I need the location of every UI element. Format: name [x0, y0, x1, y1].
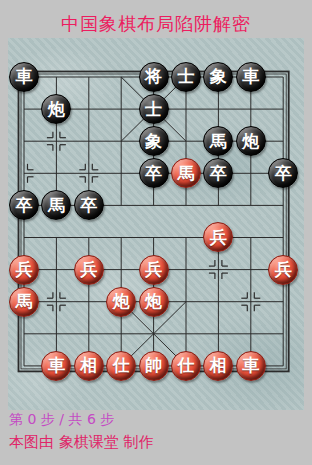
piece-red-elephant[interactable]: 相	[74, 351, 104, 381]
piece-black-horse[interactable]: 馬	[41, 190, 71, 220]
piece-glyph: 帥	[145, 357, 162, 374]
piece-glyph: 相	[80, 357, 97, 374]
piece-red-king[interactable]: 帥	[139, 351, 169, 381]
piece-glyph: 相	[210, 357, 227, 374]
piece-glyph: 車	[242, 68, 259, 85]
piece-glyph: 卒	[210, 165, 227, 182]
piece-black-horse[interactable]: 馬	[203, 126, 233, 156]
piece-glyph: 兵	[80, 261, 97, 278]
piece-red-soldier[interactable]: 兵	[268, 255, 298, 285]
piece-black-advisor[interactable]: 士	[171, 62, 201, 92]
piece-red-cannon[interactable]: 炮	[106, 287, 136, 317]
piece-glyph: 馬	[16, 293, 33, 310]
piece-glyph: 炮	[48, 101, 65, 118]
piece-red-soldier[interactable]: 兵	[9, 255, 39, 285]
piece-black-elephant[interactable]: 象	[203, 62, 233, 92]
piece-red-cannon[interactable]: 炮	[139, 287, 169, 317]
piece-glyph: 炮	[242, 133, 259, 150]
piece-glyph: 士	[177, 68, 194, 85]
piece-black-soldier[interactable]: 卒	[74, 190, 104, 220]
xiangqi-board[interactable]: 車将士象車炮士象馬炮卒卒卒卒馬卒馬兵兵兵兵兵馬炮炮車相仕帥仕相車	[8, 38, 304, 410]
piece-black-cannon[interactable]: 炮	[41, 94, 71, 124]
piece-glyph: 卒	[275, 165, 292, 182]
piece-red-horse[interactable]: 馬	[171, 158, 201, 188]
piece-glyph: 馬	[48, 197, 65, 214]
piece-black-king[interactable]: 将	[139, 62, 169, 92]
piece-red-chariot[interactable]: 車	[236, 351, 266, 381]
piece-glyph: 車	[16, 68, 33, 85]
piece-glyph: 馬	[210, 133, 227, 150]
piece-red-soldier[interactable]: 兵	[139, 255, 169, 285]
piece-red-soldier[interactable]: 兵	[203, 222, 233, 252]
piece-glyph: 兵	[16, 261, 33, 278]
page: 中国象棋布局陷阱解密 車将士象車炮士象馬炮卒卒卒卒馬卒馬兵兵兵兵兵馬炮炮車相仕帥…	[0, 0, 312, 465]
piece-glyph: 炮	[145, 293, 162, 310]
piece-black-soldier[interactable]: 卒	[203, 158, 233, 188]
piece-glyph: 将	[145, 68, 162, 85]
piece-black-chariot[interactable]: 車	[236, 62, 266, 92]
piece-black-soldier[interactable]: 卒	[9, 190, 39, 220]
board-grid[interactable]: 車将士象車炮士象馬炮卒卒卒卒馬卒馬兵兵兵兵兵馬炮炮車相仕帥仕相車	[8, 61, 300, 382]
piece-black-elephant[interactable]: 象	[139, 126, 169, 156]
piece-glyph: 車	[48, 357, 65, 374]
piece-glyph: 仕	[113, 357, 130, 374]
piece-black-soldier[interactable]: 卒	[139, 158, 169, 188]
piece-red-elephant[interactable]: 相	[203, 351, 233, 381]
page-title: 中国象棋布局陷阱解密	[0, 12, 312, 36]
piece-glyph: 卒	[145, 165, 162, 182]
piece-glyph: 兵	[145, 261, 162, 278]
piece-black-cannon[interactable]: 炮	[236, 126, 266, 156]
piece-glyph: 卒	[16, 197, 33, 214]
piece-red-advisor[interactable]: 仕	[171, 351, 201, 381]
piece-glyph: 馬	[177, 165, 194, 182]
piece-red-horse[interactable]: 馬	[9, 287, 39, 317]
piece-black-chariot[interactable]: 車	[9, 62, 39, 92]
piece-glyph: 象	[145, 133, 162, 150]
piece-glyph: 士	[145, 101, 162, 118]
piece-glyph: 炮	[113, 293, 130, 310]
piece-red-soldier[interactable]: 兵	[74, 255, 104, 285]
piece-black-advisor[interactable]: 士	[139, 94, 169, 124]
piece-glyph: 象	[210, 68, 227, 85]
piece-glyph: 卒	[80, 197, 97, 214]
piece-black-soldier[interactable]: 卒	[268, 158, 298, 188]
piece-red-advisor[interactable]: 仕	[106, 351, 136, 381]
credit-text: 本图由 象棋课堂 制作	[9, 433, 154, 452]
piece-glyph: 兵	[275, 261, 292, 278]
piece-glyph: 車	[242, 357, 259, 374]
piece-glyph: 仕	[177, 357, 194, 374]
piece-red-chariot[interactable]: 車	[41, 351, 71, 381]
step-counter: 第 0 步 / 共 6 步	[9, 411, 114, 429]
piece-glyph: 兵	[210, 229, 227, 246]
